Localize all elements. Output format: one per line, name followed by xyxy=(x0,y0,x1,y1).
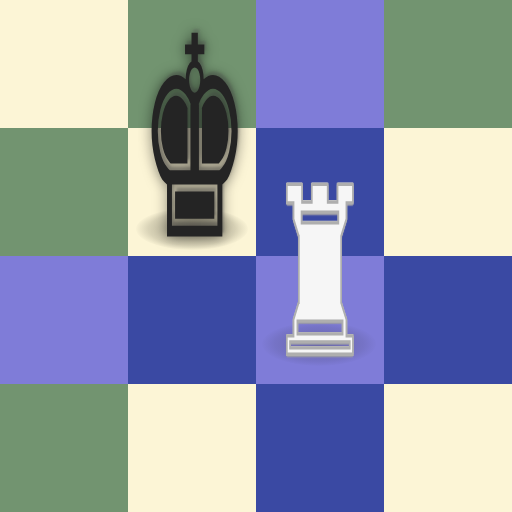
board-square[interactable] xyxy=(0,256,128,384)
board-square[interactable] xyxy=(0,0,128,128)
board-square[interactable] xyxy=(384,256,512,384)
board-square[interactable] xyxy=(128,384,256,512)
white-rook-piece[interactable]: ♜ xyxy=(266,190,374,359)
board-square[interactable] xyxy=(384,0,512,128)
black-king-piece[interactable]: ♚ xyxy=(140,36,245,244)
board-grid xyxy=(0,0,512,512)
chess-board: ♚ ♜ xyxy=(0,0,512,512)
board-square[interactable] xyxy=(384,128,512,256)
board-square[interactable] xyxy=(0,384,128,512)
board-square[interactable] xyxy=(384,384,512,512)
board-square[interactable] xyxy=(0,128,128,256)
board-square[interactable] xyxy=(256,0,384,128)
